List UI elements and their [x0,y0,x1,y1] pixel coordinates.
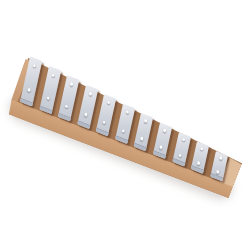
mounting-pin [216,170,220,175]
mounting-pin [70,82,74,87]
glockenspiel-bar-8 [153,122,172,158]
glockenspiel-bar-6 [115,104,135,144]
glockenspiel-bar-7 [134,113,154,151]
mounting-pin [178,153,182,158]
mounting-pin [84,113,88,118]
mounting-pin [126,110,130,115]
mounting-pin [182,138,186,143]
mounting-pin [103,121,107,126]
glockenspiel-bar-1 [20,56,42,106]
glockenspiel-bar-2 [39,66,61,114]
mounting-pin [159,145,163,150]
mounting-pin [140,137,144,142]
glockenspiel-bar-3 [58,75,79,121]
glockenspiel-bar-9 [172,132,191,166]
mounting-pin [200,147,204,152]
mounting-pin [144,119,148,124]
mounting-pin [65,104,69,109]
glockenspiel-bar-11 [210,151,228,182]
mounting-pin [197,161,201,166]
glockenspiel-bar-5 [96,94,117,136]
mounting-pin [27,88,31,93]
glockenspiel-bar-4 [77,85,98,129]
mounting-pin [88,92,92,97]
glockenspiel [4,51,250,200]
mounting-pin [163,128,167,133]
glockenspiel-bar-10 [191,141,209,174]
mounting-pin [122,129,126,134]
mounting-pin [219,156,223,161]
mounting-pin [51,73,55,78]
mounting-pin [33,64,37,69]
product-photo [0,0,250,250]
mounting-pin [46,96,50,101]
mounting-pin [107,101,111,106]
